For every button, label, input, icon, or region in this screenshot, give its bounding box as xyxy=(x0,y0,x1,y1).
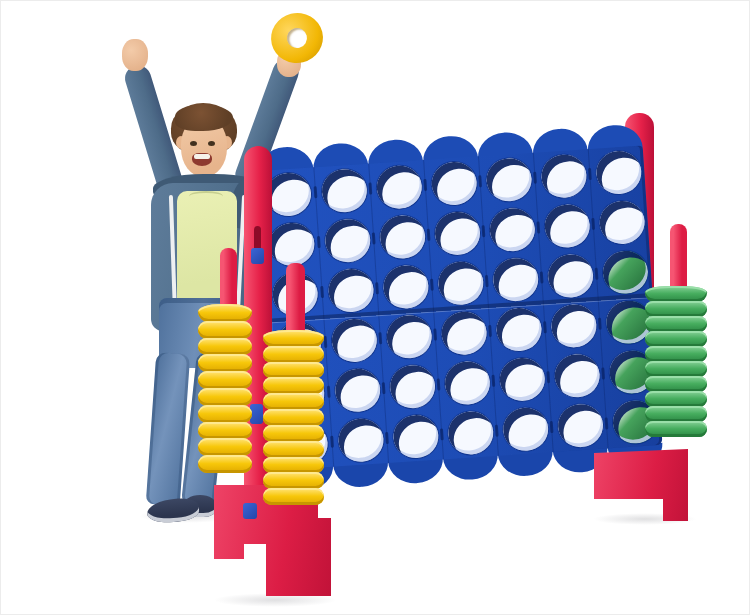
product-photo-stage xyxy=(0,0,750,615)
board-cell-c3-r1 xyxy=(368,160,426,214)
board-cell-c4-r6 xyxy=(440,406,498,460)
ring-stack-yellow-front xyxy=(263,331,324,505)
storage-ring-green xyxy=(645,391,707,407)
board-hole-empty xyxy=(556,402,606,450)
storage-ring-yellow xyxy=(263,377,324,394)
board-cell-c3-r5 xyxy=(381,360,439,414)
board-cell-c2-r4 xyxy=(323,313,381,367)
board-hole-empty xyxy=(594,149,644,197)
storage-ring-yellow xyxy=(263,488,324,505)
board-hole-empty xyxy=(443,359,493,407)
board-hole-empty xyxy=(333,366,383,414)
storage-ring-yellow xyxy=(263,441,324,458)
storage-ring-green xyxy=(645,331,707,347)
storage-ring-green xyxy=(645,301,707,317)
board-hole-empty xyxy=(497,355,547,403)
board-hole-empty xyxy=(484,156,534,204)
board-hole-empty xyxy=(446,409,496,457)
board-cell-c2-r5 xyxy=(327,363,385,417)
board-hole-empty xyxy=(374,163,424,211)
storage-ring-yellow xyxy=(263,362,324,379)
board-cell-c5-r3 xyxy=(485,253,543,307)
board-cell-c4-r4 xyxy=(433,306,491,360)
storage-ring-yellow xyxy=(263,330,324,347)
board-cell-c4-r5 xyxy=(436,356,494,410)
latch-clip-top xyxy=(251,248,264,264)
board-hole-empty xyxy=(391,413,441,461)
board-cell-c4-r1 xyxy=(423,156,481,210)
storage-ring-yellow xyxy=(198,354,252,372)
tshirt-neckline xyxy=(189,191,223,202)
storage-ring-yellow xyxy=(198,422,252,440)
latch-clip-leg xyxy=(243,503,257,519)
board-hole-empty xyxy=(320,167,370,215)
storage-ring-yellow xyxy=(198,371,252,389)
board-cell-c3-r3 xyxy=(375,260,433,314)
board-cell-c5-r5 xyxy=(491,352,549,406)
board-cell-c4-r3 xyxy=(430,256,488,310)
storage-ring-green xyxy=(645,421,707,437)
board-hole-empty xyxy=(542,202,592,250)
storage-ring-yellow xyxy=(263,472,324,489)
board-hole-empty xyxy=(439,309,489,357)
board-hole-glimpse-green xyxy=(601,248,651,296)
board-cell-c6-r6 xyxy=(549,399,607,453)
board-hole-empty xyxy=(323,217,373,265)
storage-ring-green xyxy=(645,346,707,362)
board-hole-empty xyxy=(494,306,544,354)
storage-ring-green xyxy=(645,361,707,377)
storage-ring-yellow xyxy=(263,393,324,410)
board-cell-c2-r1 xyxy=(313,164,371,218)
child-eye-left xyxy=(190,141,197,146)
ring-stack-yellow-back xyxy=(198,305,252,473)
board-cell-c6-r5 xyxy=(546,349,604,403)
board-cell-c3-r6 xyxy=(385,409,443,463)
storage-ring-yellow xyxy=(198,405,252,423)
storage-ring-yellow xyxy=(198,438,252,456)
storage-ring-green xyxy=(645,286,707,302)
board-hole-empty xyxy=(549,302,599,350)
held-ring-hole xyxy=(285,26,309,50)
held-yellow-ring xyxy=(266,7,329,68)
board-hole-empty xyxy=(429,159,479,207)
storage-ring-green xyxy=(645,376,707,392)
child-teeth xyxy=(194,154,210,159)
board-cell-c5-r2 xyxy=(481,203,539,257)
storage-ring-yellow xyxy=(198,304,252,322)
board-cell-c2-r6 xyxy=(330,413,388,467)
board-hole-glimpse-red xyxy=(597,198,647,246)
board-hole-empty xyxy=(336,416,386,464)
board-hole-empty xyxy=(487,206,537,254)
child-mouth xyxy=(192,153,212,166)
storage-ring-yellow xyxy=(198,455,252,473)
board-cell-c3-r2 xyxy=(372,210,430,264)
board-cell-c7-r3 xyxy=(594,245,652,299)
board-cell-c3-r4 xyxy=(378,310,436,364)
board-cell-c6-r3 xyxy=(539,249,597,303)
board-cell-c7-r1 xyxy=(588,145,646,199)
base-leg-right xyxy=(591,446,691,523)
board-hole-empty xyxy=(267,220,317,268)
board-hole-empty xyxy=(381,263,431,311)
board-hole-empty xyxy=(378,213,428,261)
board-hole-empty xyxy=(501,405,551,453)
storage-ring-yellow xyxy=(198,321,252,339)
board-cell-c6-r2 xyxy=(536,199,594,253)
storage-ring-yellow xyxy=(263,409,324,426)
board-hole-empty xyxy=(326,267,376,315)
storage-ring-yellow xyxy=(263,425,324,442)
board-hole-empty xyxy=(552,352,602,400)
board-hole-empty xyxy=(539,152,589,200)
child-eye-right xyxy=(208,141,215,146)
child-left-fist xyxy=(122,39,148,71)
board-cell-c7-r2 xyxy=(591,195,649,249)
storage-ring-yellow xyxy=(263,346,324,363)
board-hole-empty xyxy=(329,316,379,364)
board-hole-empty xyxy=(546,252,596,300)
ring-stack-green xyxy=(645,287,707,437)
storage-ring-green xyxy=(645,316,707,332)
storage-ring-yellow xyxy=(198,388,252,406)
board-cell-c6-r1 xyxy=(533,149,591,203)
board-cell-c4-r2 xyxy=(426,206,484,260)
board-hole-empty xyxy=(436,259,486,307)
storage-ring-yellow xyxy=(263,457,324,474)
board-hole-empty xyxy=(491,256,541,304)
board-cell-c5-r4 xyxy=(488,302,546,356)
storage-ring-yellow xyxy=(198,338,252,356)
board-cell-c2-r3 xyxy=(320,263,378,317)
board-cell-c5-r1 xyxy=(478,153,536,207)
board-cell-c5-r6 xyxy=(495,402,553,456)
board-hole-empty xyxy=(384,313,434,361)
board-cell-c2-r2 xyxy=(317,214,375,268)
storage-ring-green xyxy=(645,406,707,422)
board-hole-empty xyxy=(388,363,438,411)
board-cell-c6-r4 xyxy=(543,299,601,353)
board-hole-empty xyxy=(433,209,483,257)
